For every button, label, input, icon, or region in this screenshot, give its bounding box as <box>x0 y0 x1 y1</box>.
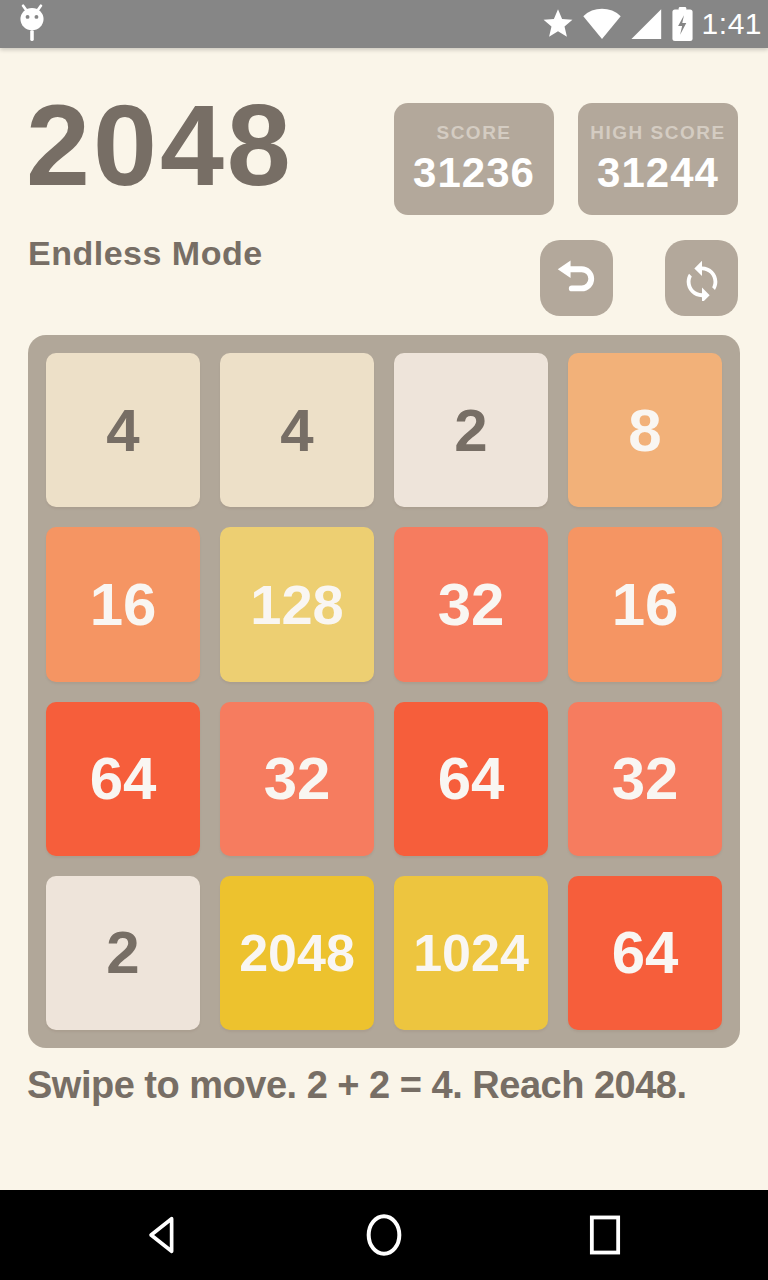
hint-text: Swipe to move. 2 + 2 = 4. Reach 2048. <box>27 1064 741 1107</box>
signal-icon <box>629 7 665 41</box>
restart-icon <box>679 255 725 301</box>
tile-2: 2 <box>394 353 548 507</box>
phone-screen: 1:41 2048 Endless Mode SCORE 31236 HIGH … <box>0 0 768 1280</box>
tile-128: 128 <box>220 527 374 681</box>
tile-2048: 2048 <box>220 876 374 1030</box>
home-button[interactable] <box>339 1190 429 1280</box>
score-box: SCORE 31236 <box>394 103 554 215</box>
undo-icon <box>556 257 598 299</box>
undo-button[interactable] <box>540 240 613 316</box>
status-bar: 1:41 <box>0 0 768 48</box>
back-icon <box>144 1213 178 1257</box>
status-time: 1:41 <box>700 7 762 41</box>
tile-16: 16 <box>46 527 200 681</box>
tile-32: 32 <box>220 702 374 856</box>
wifi-icon <box>582 7 622 41</box>
high-score-box: HIGH SCORE 31244 <box>578 103 738 215</box>
recents-button[interactable] <box>560 1190 650 1280</box>
score-value: 31236 <box>413 149 535 197</box>
button-row <box>540 240 738 316</box>
star-icon <box>541 7 575 41</box>
score-row: SCORE 31236 HIGH SCORE 31244 <box>394 103 738 215</box>
nav-bar <box>0 1190 768 1280</box>
tile-1024: 1024 <box>394 876 548 1030</box>
back-button[interactable] <box>116 1190 206 1280</box>
tile-64: 64 <box>394 702 548 856</box>
tile-32: 32 <box>568 702 722 856</box>
tile-8: 8 <box>568 353 722 507</box>
home-icon <box>364 1212 404 1258</box>
tile-2: 2 <box>46 876 200 1030</box>
battery-charging-icon <box>672 7 693 41</box>
mode-label: Endless Mode <box>28 234 263 273</box>
recents-icon <box>586 1212 624 1258</box>
tile-32: 32 <box>394 527 548 681</box>
high-score-label: HIGH SCORE <box>590 122 725 144</box>
bug-droid-icon <box>16 4 48 48</box>
tile-4: 4 <box>46 353 200 507</box>
tile-16: 16 <box>568 527 722 681</box>
board[interactable]: 44281612832166432643222048102464 <box>28 335 740 1048</box>
restart-button[interactable] <box>665 240 738 316</box>
tile-64: 64 <box>568 876 722 1030</box>
tile-64: 64 <box>46 702 200 856</box>
score-label: SCORE <box>436 122 511 144</box>
high-score-value: 31244 <box>597 149 719 197</box>
tile-4: 4 <box>220 353 374 507</box>
app-title: 2048 <box>26 88 294 203</box>
status-icons: 1:41 <box>541 0 762 48</box>
